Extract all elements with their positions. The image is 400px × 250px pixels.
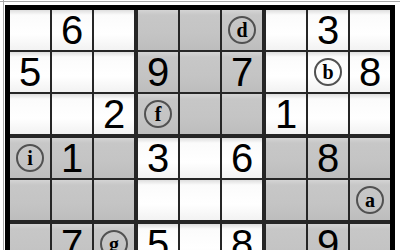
sudoku-board: 6d3597b82f1i1368a7g589 bbox=[5, 5, 395, 250]
given-digit: 8 bbox=[317, 138, 339, 178]
cell-r2c5[interactable] bbox=[180, 52, 220, 92]
cell-r1c6[interactable]: d bbox=[222, 10, 262, 50]
given-digit: 8 bbox=[359, 52, 381, 92]
given-digit: 5 bbox=[19, 52, 41, 92]
given-digit: 3 bbox=[147, 138, 169, 178]
cell-r2c3[interactable] bbox=[94, 52, 134, 92]
given-digit: 7 bbox=[231, 52, 253, 92]
cell-r2c8[interactable]: b bbox=[308, 52, 348, 92]
given-digit: 1 bbox=[61, 138, 83, 178]
circled-letter-g: g bbox=[100, 230, 128, 250]
cell-r4c2[interactable]: 1 bbox=[52, 138, 92, 178]
cell-r5c2[interactable] bbox=[52, 180, 92, 220]
cell-r5c5[interactable] bbox=[180, 180, 220, 220]
cell-r4c9[interactable] bbox=[350, 138, 390, 178]
cell-r1c7[interactable] bbox=[266, 10, 306, 50]
cell-r4c6[interactable]: 6 bbox=[222, 138, 262, 178]
cell-r1c4[interactable] bbox=[138, 10, 178, 50]
cell-r2c6[interactable]: 7 bbox=[222, 52, 262, 92]
cell-r6c9[interactable] bbox=[350, 224, 390, 250]
cell-r3c5[interactable] bbox=[180, 94, 220, 134]
cell-r3c6[interactable] bbox=[222, 94, 262, 134]
cell-r5c7[interactable] bbox=[266, 180, 306, 220]
given-digit: 8 bbox=[231, 224, 253, 250]
cell-r1c5[interactable] bbox=[180, 10, 220, 50]
cell-r3c3[interactable]: 2 bbox=[94, 94, 134, 134]
given-digit: 5 bbox=[147, 224, 169, 250]
cell-r4c4[interactable]: 3 bbox=[138, 138, 178, 178]
cell-r6c3[interactable]: g bbox=[94, 224, 134, 250]
circled-letter-a: a bbox=[356, 186, 384, 214]
cell-r6c2[interactable]: 7 bbox=[52, 224, 92, 250]
cell-r6c5[interactable] bbox=[180, 224, 220, 250]
cell-r3c9[interactable] bbox=[350, 94, 390, 134]
cell-r1c2[interactable]: 6 bbox=[52, 10, 92, 50]
cell-r1c1[interactable] bbox=[10, 10, 50, 50]
cell-r1c8[interactable]: 3 bbox=[308, 10, 348, 50]
cell-r6c6[interactable]: 8 bbox=[222, 224, 262, 250]
given-digit: 9 bbox=[147, 52, 169, 92]
cell-r3c1[interactable] bbox=[10, 94, 50, 134]
cell-r5c3[interactable] bbox=[94, 180, 134, 220]
cell-r3c2[interactable] bbox=[52, 94, 92, 134]
cell-r4c8[interactable]: 8 bbox=[308, 138, 348, 178]
circled-letter-i: i bbox=[16, 144, 44, 172]
cell-r6c4[interactable]: 5 bbox=[138, 224, 178, 250]
given-digit: 2 bbox=[103, 94, 125, 134]
cell-r3c4[interactable]: f bbox=[138, 94, 178, 134]
cell-r6c1[interactable] bbox=[10, 224, 50, 250]
cell-r3c7[interactable]: 1 bbox=[266, 94, 306, 134]
circled-letter-f: f bbox=[144, 100, 172, 128]
given-digit: 3 bbox=[317, 10, 339, 50]
given-digit: 6 bbox=[61, 10, 83, 50]
cell-r1c9[interactable] bbox=[350, 10, 390, 50]
cell-r5c1[interactable] bbox=[10, 180, 50, 220]
given-digit: 9 bbox=[317, 224, 339, 250]
page-edge-line-left bbox=[3, 0, 4, 250]
cell-r2c2[interactable] bbox=[52, 52, 92, 92]
cell-r6c8[interactable]: 9 bbox=[308, 224, 348, 250]
cell-r4c3[interactable] bbox=[94, 138, 134, 178]
cell-r5c6[interactable] bbox=[222, 180, 262, 220]
given-digit: 6 bbox=[231, 138, 253, 178]
cell-r5c9[interactable]: a bbox=[350, 180, 390, 220]
cell-r4c1[interactable]: i bbox=[10, 138, 50, 178]
given-digit: 1 bbox=[275, 94, 297, 134]
cell-r6c7[interactable] bbox=[266, 224, 306, 250]
cell-r2c7[interactable] bbox=[266, 52, 306, 92]
cell-r1c3[interactable] bbox=[94, 10, 134, 50]
cell-r4c7[interactable] bbox=[266, 138, 306, 178]
cell-r5c8[interactable] bbox=[308, 180, 348, 220]
cell-r3c8[interactable] bbox=[308, 94, 348, 134]
cell-r2c1[interactable]: 5 bbox=[10, 52, 50, 92]
given-digit: 7 bbox=[61, 224, 83, 250]
circled-letter-b: b bbox=[314, 58, 342, 86]
circled-letter-d: d bbox=[228, 16, 256, 44]
cell-r2c9[interactable]: 8 bbox=[350, 52, 390, 92]
cell-r5c4[interactable] bbox=[138, 180, 178, 220]
cell-r2c4[interactable]: 9 bbox=[138, 52, 178, 92]
page-edge-line-top bbox=[0, 1, 400, 2]
cell-r4c5[interactable] bbox=[180, 138, 220, 178]
